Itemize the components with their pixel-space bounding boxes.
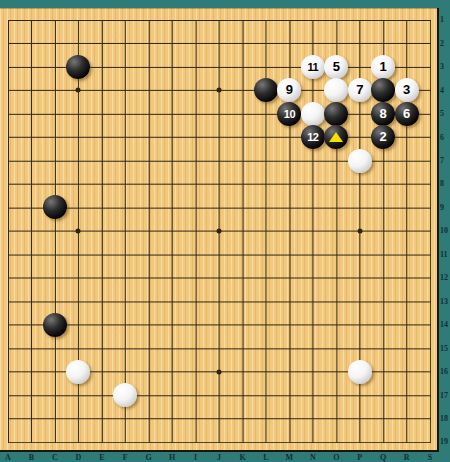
triangle-mark <box>329 132 343 142</box>
col-label-N: N <box>306 453 320 462</box>
stone-black-triangle <box>324 125 348 149</box>
col-label-S: S <box>423 453 437 462</box>
row-label-2: 2 <box>440 39 444 48</box>
row-label-1: 1 <box>440 15 444 24</box>
top-frame-bar <box>0 0 450 8</box>
stone-black-2: 2 <box>371 125 395 149</box>
stone-black-12: 12 <box>301 125 325 149</box>
row-label-4: 4 <box>440 86 444 95</box>
stone-white-11: 11 <box>301 55 325 79</box>
col-label-M: M <box>282 453 296 462</box>
row-label-18: 18 <box>440 414 448 423</box>
star-point <box>217 369 222 374</box>
stone-white <box>324 78 348 102</box>
col-label-O: O <box>329 453 343 462</box>
stone-white-1: 1 <box>371 55 395 79</box>
star-point <box>76 88 81 93</box>
col-label-B: B <box>24 453 38 462</box>
col-label-E: E <box>95 453 109 462</box>
stone-white-5: 5 <box>324 55 348 79</box>
row-label-14: 14 <box>440 320 448 329</box>
row-label-8: 8 <box>440 179 444 188</box>
row-label-3: 3 <box>440 62 444 71</box>
stone-white <box>66 360 90 384</box>
stone-black <box>324 102 348 126</box>
stone-white <box>348 360 372 384</box>
row-label-11: 11 <box>440 250 448 259</box>
col-label-G: G <box>142 453 156 462</box>
stone-white-9: 9 <box>277 78 301 102</box>
star-point <box>76 228 81 233</box>
col-label-F: F <box>118 453 132 462</box>
row-label-16: 16 <box>440 367 448 376</box>
col-label-I: I <box>189 453 203 462</box>
stone-black-8: 8 <box>371 102 395 126</box>
go-app-window: 11519731086122 1234567891011121314151617… <box>0 0 450 462</box>
col-label-P: P <box>353 453 367 462</box>
col-label-Q: Q <box>376 453 390 462</box>
star-point <box>217 228 222 233</box>
row-label-5: 5 <box>440 109 444 118</box>
row-label-12: 12 <box>440 273 448 282</box>
row-label-19: 19 <box>440 437 448 446</box>
row-label-15: 15 <box>440 344 448 353</box>
col-label-R: R <box>400 453 414 462</box>
stone-white-7: 7 <box>348 78 372 102</box>
row-label-13: 13 <box>440 297 448 306</box>
stone-black-6: 6 <box>395 102 419 126</box>
stone-white <box>113 383 137 407</box>
row-label-6: 6 <box>440 133 444 142</box>
stone-white <box>301 102 325 126</box>
stone-white-3: 3 <box>395 78 419 102</box>
row-label-9: 9 <box>440 203 444 212</box>
col-label-H: H <box>165 453 179 462</box>
stone-black <box>66 55 90 79</box>
row-label-7: 7 <box>440 156 444 165</box>
row-label-17: 17 <box>440 391 448 400</box>
col-label-K: K <box>236 453 250 462</box>
stone-black <box>371 78 395 102</box>
row-label-10: 10 <box>440 226 448 235</box>
go-board[interactable]: 11519731086122 <box>0 8 439 452</box>
stone-white <box>348 149 372 173</box>
star-point <box>357 228 362 233</box>
col-label-L: L <box>259 453 273 462</box>
stone-black-10: 10 <box>277 102 301 126</box>
row-coordinate-bar: 12345678910111213141516171819 <box>439 8 450 462</box>
col-label-D: D <box>71 453 85 462</box>
stone-black <box>43 313 67 337</box>
col-label-J: J <box>212 453 226 462</box>
star-point <box>217 88 222 93</box>
col-label-A: A <box>1 453 15 462</box>
stone-black <box>43 195 67 219</box>
column-coordinate-bar: ABCDEFGHIJKLMNOPQRS <box>0 452 439 462</box>
col-label-C: C <box>48 453 62 462</box>
stone-black <box>254 78 278 102</box>
